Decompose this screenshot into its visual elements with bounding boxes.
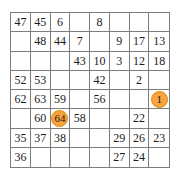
cell-r3c4: 43 bbox=[70, 52, 90, 71]
given-number: 53 bbox=[34, 74, 46, 86]
cell-r5c4[interactable] bbox=[70, 90, 90, 109]
cell-r8c6: 27 bbox=[110, 148, 130, 167]
circled-number: 1 bbox=[151, 91, 168, 108]
cell-r2c7: 17 bbox=[130, 32, 150, 51]
cell-r7c1: 35 bbox=[11, 129, 31, 148]
cell-r1c6[interactable] bbox=[110, 13, 130, 32]
given-number: 44 bbox=[54, 35, 66, 47]
given-number: 56 bbox=[93, 93, 105, 105]
given-number: 43 bbox=[74, 55, 86, 67]
given-number: 18 bbox=[153, 55, 165, 67]
given-number: 8 bbox=[96, 16, 102, 28]
cell-r3c6: 3 bbox=[110, 52, 130, 71]
cell-r7c4[interactable] bbox=[70, 129, 90, 148]
cell-r6c4: 58 bbox=[70, 109, 90, 128]
cell-r1c8[interactable] bbox=[149, 13, 169, 32]
given-number: 27 bbox=[113, 151, 125, 163]
given-number: 52 bbox=[14, 74, 26, 86]
cell-r4c1: 52 bbox=[11, 71, 31, 90]
cell-r8c1: 36 bbox=[11, 148, 31, 167]
cell-r2c6: 9 bbox=[110, 32, 130, 51]
cell-r6c2: 60 bbox=[31, 109, 51, 128]
cell-r3c8: 18 bbox=[149, 52, 169, 71]
cell-r8c7: 24 bbox=[130, 148, 150, 167]
cell-r1c7[interactable] bbox=[130, 13, 150, 32]
cell-r6c6[interactable] bbox=[110, 109, 130, 128]
given-number: 26 bbox=[133, 132, 145, 144]
given-number: 42 bbox=[93, 74, 105, 86]
cell-r8c8[interactable] bbox=[149, 148, 169, 167]
cell-r7c3: 38 bbox=[51, 129, 71, 148]
given-number: 3 bbox=[116, 55, 122, 67]
cell-r4c8[interactable] bbox=[149, 71, 169, 90]
given-number: 6 bbox=[57, 16, 63, 28]
cell-r7c6: 29 bbox=[110, 129, 130, 148]
given-number: 47 bbox=[14, 16, 26, 28]
cell-r2c4: 7 bbox=[70, 32, 90, 51]
cell-r2c8: 13 bbox=[149, 32, 169, 51]
cell-r8c5[interactable] bbox=[90, 148, 110, 167]
given-number: 12 bbox=[133, 55, 145, 67]
cell-r6c8[interactable] bbox=[149, 109, 169, 128]
cell-r6c1[interactable] bbox=[11, 109, 31, 128]
cell-r8c3[interactable] bbox=[51, 148, 71, 167]
cell-r8c4[interactable] bbox=[70, 148, 90, 167]
circled-number: 64 bbox=[51, 110, 68, 127]
given-number: 9 bbox=[116, 35, 122, 47]
cell-r6c5[interactable] bbox=[90, 109, 110, 128]
cell-r7c7: 26 bbox=[130, 129, 150, 148]
given-number: 58 bbox=[74, 112, 86, 124]
given-number: 13 bbox=[153, 35, 165, 47]
given-number: 63 bbox=[34, 93, 46, 105]
cell-r8c2[interactable] bbox=[31, 148, 51, 167]
given-number: 10 bbox=[93, 55, 105, 67]
given-number: 23 bbox=[153, 132, 165, 144]
given-number: 38 bbox=[54, 132, 66, 144]
given-number: 36 bbox=[14, 151, 26, 163]
cell-r1c1: 47 bbox=[11, 13, 31, 32]
cell-r5c8: 1 bbox=[149, 90, 169, 109]
cell-r5c6[interactable] bbox=[110, 90, 130, 109]
cell-r1c4[interactable] bbox=[70, 13, 90, 32]
cell-r6c7: 22 bbox=[130, 109, 150, 128]
given-number: 29 bbox=[113, 132, 125, 144]
given-number: 45 bbox=[34, 16, 46, 28]
cell-r2c5[interactable] bbox=[90, 32, 110, 51]
cell-r3c3[interactable] bbox=[51, 52, 71, 71]
cell-r4c3[interactable] bbox=[51, 71, 71, 90]
cell-r5c1: 62 bbox=[11, 90, 31, 109]
hidato-board: 4745684844791713431031218525342262635956… bbox=[10, 12, 170, 168]
cell-r4c2: 53 bbox=[31, 71, 51, 90]
cell-r4c5: 42 bbox=[90, 71, 110, 90]
cell-r3c7: 12 bbox=[130, 52, 150, 71]
given-number: 48 bbox=[34, 35, 46, 47]
cell-r4c4[interactable] bbox=[70, 71, 90, 90]
given-number: 22 bbox=[133, 112, 145, 124]
given-number: 2 bbox=[136, 74, 142, 86]
cell-r2c2: 48 bbox=[31, 32, 51, 51]
cell-r7c8: 23 bbox=[149, 129, 169, 148]
given-number: 59 bbox=[54, 93, 66, 105]
cell-r5c3: 59 bbox=[51, 90, 71, 109]
cell-r5c7[interactable] bbox=[130, 90, 150, 109]
given-number: 7 bbox=[77, 35, 83, 47]
cell-r3c5: 10 bbox=[90, 52, 110, 71]
cell-r1c2: 45 bbox=[31, 13, 51, 32]
cell-r6c3: 64 bbox=[51, 109, 71, 128]
cell-r2c1[interactable] bbox=[11, 32, 31, 51]
given-number: 24 bbox=[133, 151, 145, 163]
given-number: 60 bbox=[34, 112, 46, 124]
cell-r7c5[interactable] bbox=[90, 129, 110, 148]
hidato-puzzle: 4745684844791713431031218525342262635956… bbox=[0, 0, 180, 180]
given-number: 62 bbox=[14, 93, 26, 105]
cell-r1c3: 6 bbox=[51, 13, 71, 32]
cell-r4c6[interactable] bbox=[110, 71, 130, 90]
given-number: 17 bbox=[133, 35, 145, 47]
cell-r4c7: 2 bbox=[130, 71, 150, 90]
given-number: 37 bbox=[34, 132, 46, 144]
cell-r5c2: 63 bbox=[31, 90, 51, 109]
given-number: 35 bbox=[14, 132, 26, 144]
cell-r2c3: 44 bbox=[51, 32, 71, 51]
cell-r3c1[interactable] bbox=[11, 52, 31, 71]
cell-r7c2: 37 bbox=[31, 129, 51, 148]
cell-r5c5: 56 bbox=[90, 90, 110, 109]
cell-r1c5: 8 bbox=[90, 13, 110, 32]
cell-r3c2[interactable] bbox=[31, 52, 51, 71]
